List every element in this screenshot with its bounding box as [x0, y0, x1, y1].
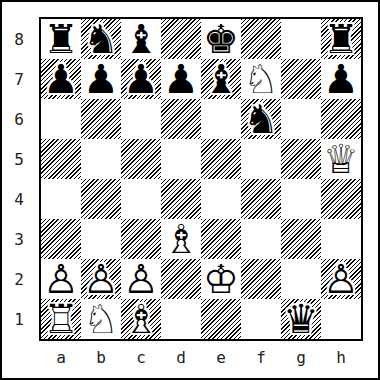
square-b8[interactable]: ♞	[81, 19, 121, 59]
square-f3[interactable]	[241, 219, 281, 259]
square-c5[interactable]	[121, 139, 161, 179]
square-e2[interactable]: ♚♔	[201, 259, 241, 299]
piece-white-rook: ♜♖	[41, 299, 81, 339]
rank-label-7: 7	[2, 59, 36, 99]
square-h5[interactable]: ♛♕	[321, 139, 361, 179]
black-piece-glyph: ♝	[121, 19, 161, 59]
square-e7[interactable]: ♝	[201, 59, 241, 99]
white-piece-fill: ♟	[121, 259, 161, 299]
square-c2[interactable]: ♟♙	[121, 259, 161, 299]
square-b4[interactable]	[81, 179, 121, 219]
white-piece-outline: ♕	[321, 139, 361, 179]
rank-label-1: 1	[2, 299, 36, 339]
square-a2[interactable]: ♟♙	[41, 259, 81, 299]
square-d2[interactable]	[161, 259, 201, 299]
piece-white-queen: ♛♕	[321, 139, 361, 179]
square-b2[interactable]: ♟♙	[81, 259, 121, 299]
white-piece-outline: ♗	[161, 219, 201, 259]
piece-white-knight: ♞♘	[241, 59, 281, 99]
square-e5[interactable]	[201, 139, 241, 179]
piece-white-pawn: ♟♙	[121, 259, 161, 299]
white-piece-outline: ♙	[121, 259, 161, 299]
square-b5[interactable]	[81, 139, 121, 179]
piece-white-bishop: ♝♗	[121, 299, 161, 339]
square-d4[interactable]	[161, 179, 201, 219]
square-d7[interactable]: ♟	[161, 59, 201, 99]
piece-black-bishop: ♝	[121, 19, 161, 59]
piece-black-pawn: ♟	[81, 59, 121, 99]
square-c8[interactable]: ♝	[121, 19, 161, 59]
file-label-g: g	[281, 343, 321, 371]
square-c1[interactable]: ♝♗	[121, 299, 161, 339]
square-b3[interactable]	[81, 219, 121, 259]
black-piece-glyph: ♜	[41, 19, 81, 59]
square-f6[interactable]: ♞	[241, 99, 281, 139]
file-label-c: c	[121, 343, 161, 371]
piece-black-knight: ♞	[241, 99, 281, 139]
square-g6[interactable]	[281, 99, 321, 139]
piece-black-pawn: ♟	[161, 59, 201, 99]
square-c3[interactable]	[121, 219, 161, 259]
black-piece-glyph: ♟	[121, 59, 161, 99]
square-f5[interactable]	[241, 139, 281, 179]
black-piece-glyph: ♟	[81, 59, 121, 99]
square-h8[interactable]: ♜	[321, 19, 361, 59]
black-piece-glyph: ♟	[41, 59, 81, 99]
white-piece-outline: ♘	[241, 59, 281, 99]
square-h4[interactable]	[321, 179, 361, 219]
square-h2[interactable]: ♟♙	[321, 259, 361, 299]
file-label-a: a	[41, 343, 81, 371]
black-piece-glyph: ♞	[241, 99, 281, 139]
square-f2[interactable]	[241, 259, 281, 299]
piece-white-knight: ♞♘	[81, 299, 121, 339]
black-piece-glyph: ♜	[321, 19, 361, 59]
rank-label-6: 6	[2, 99, 36, 139]
square-b7[interactable]: ♟	[81, 59, 121, 99]
rank-label-3: 3	[2, 219, 36, 259]
square-g4[interactable]	[281, 179, 321, 219]
piece-white-pawn: ♟♙	[41, 259, 81, 299]
black-piece-glyph: ♟	[161, 59, 201, 99]
square-a3[interactable]	[41, 219, 81, 259]
square-c6[interactable]	[121, 99, 161, 139]
piece-white-bishop: ♝♗	[161, 219, 201, 259]
piece-black-rook: ♜	[41, 19, 81, 59]
rank-label-5: 5	[2, 139, 36, 179]
square-e4[interactable]	[201, 179, 241, 219]
square-g7[interactable]	[281, 59, 321, 99]
rank-label-2: 2	[2, 259, 36, 299]
square-d3[interactable]: ♝♗	[161, 219, 201, 259]
square-g8[interactable]	[281, 19, 321, 59]
square-h1[interactable]	[321, 299, 361, 339]
rank-labels: 87654321	[2, 19, 36, 339]
square-g3[interactable]	[281, 219, 321, 259]
piece-white-king: ♚♔	[201, 259, 241, 299]
square-f7[interactable]: ♞♘	[241, 59, 281, 99]
square-f8[interactable]	[241, 19, 281, 59]
file-label-b: b	[81, 343, 121, 371]
white-piece-outline: ♙	[41, 259, 81, 299]
white-piece-outline: ♙	[81, 259, 121, 299]
square-d1[interactable]	[161, 299, 201, 339]
piece-black-pawn: ♟	[321, 59, 361, 99]
square-a4[interactable]	[41, 179, 81, 219]
square-c7[interactable]: ♟	[121, 59, 161, 99]
chess-board: ♜♞♝♚♜♟♟♟♟♝♞♘♟♞♛♕♝♗♟♙♟♙♟♙♚♔♟♙♜♖♞♘♝♗♛	[39, 17, 363, 341]
white-piece-fill: ♟	[81, 259, 121, 299]
square-d8[interactable]	[161, 19, 201, 59]
white-piece-fill: ♚	[201, 259, 241, 299]
black-piece-glyph: ♞	[81, 19, 121, 59]
white-piece-fill: ♝	[121, 299, 161, 339]
square-g2[interactable]	[281, 259, 321, 299]
rank-label-4: 4	[2, 179, 36, 219]
white-piece-fill: ♜	[41, 299, 81, 339]
black-piece-glyph: ♝	[201, 59, 241, 99]
file-label-h: h	[321, 343, 361, 371]
square-c4[interactable]	[121, 179, 161, 219]
black-piece-glyph: ♟	[321, 59, 361, 99]
white-piece-fill: ♞	[241, 59, 281, 99]
piece-black-king: ♚	[201, 19, 241, 59]
white-piece-fill: ♟	[41, 259, 81, 299]
square-a6[interactable]	[41, 99, 81, 139]
piece-black-rook: ♜	[321, 19, 361, 59]
square-f1[interactable]	[241, 299, 281, 339]
black-piece-glyph: ♚	[201, 19, 241, 59]
piece-white-pawn: ♟♙	[81, 259, 121, 299]
white-piece-outline: ♖	[41, 299, 81, 339]
square-g5[interactable]	[281, 139, 321, 179]
white-piece-fill: ♞	[81, 299, 121, 339]
square-d5[interactable]	[161, 139, 201, 179]
square-h6[interactable]	[321, 99, 361, 139]
square-e6[interactable]	[201, 99, 241, 139]
file-label-d: d	[161, 343, 201, 371]
square-a8[interactable]: ♜	[41, 19, 81, 59]
file-label-e: e	[201, 343, 241, 371]
piece-black-knight: ♞	[81, 19, 121, 59]
square-h7[interactable]: ♟	[321, 59, 361, 99]
piece-black-pawn: ♟	[121, 59, 161, 99]
white-piece-outline: ♔	[201, 259, 241, 299]
square-a5[interactable]	[41, 139, 81, 179]
square-a7[interactable]: ♟	[41, 59, 81, 99]
chess-diagram: 87654321 ♜♞♝♚♜♟♟♟♟♝♞♘♟♞♛♕♝♗♟♙♟♙♟♙♚♔♟♙♜♖♞…	[0, 0, 380, 380]
white-piece-fill: ♝	[161, 219, 201, 259]
white-piece-outline: ♘	[81, 299, 121, 339]
square-b6[interactable]	[81, 99, 121, 139]
file-label-f: f	[241, 343, 281, 371]
square-a1[interactable]: ♜♖	[41, 299, 81, 339]
white-piece-outline: ♗	[121, 299, 161, 339]
square-d6[interactable]	[161, 99, 201, 139]
square-g1[interactable]: ♛	[281, 299, 321, 339]
square-e8[interactable]: ♚	[201, 19, 241, 59]
piece-black-pawn: ♟	[41, 59, 81, 99]
piece-white-pawn: ♟♙	[321, 259, 361, 299]
white-piece-outline: ♙	[321, 259, 361, 299]
white-piece-fill: ♟	[321, 259, 361, 299]
file-labels: abcdefgh	[41, 343, 361, 371]
square-f4[interactable]	[241, 179, 281, 219]
square-b1[interactable]: ♞♘	[81, 299, 121, 339]
black-piece-glyph: ♛	[281, 299, 321, 339]
square-h3[interactable]	[321, 219, 361, 259]
rank-label-8: 8	[2, 19, 36, 59]
square-e1[interactable]	[201, 299, 241, 339]
piece-black-queen: ♛	[281, 299, 321, 339]
piece-black-bishop: ♝	[201, 59, 241, 99]
square-e3[interactable]	[201, 219, 241, 259]
white-piece-fill: ♛	[321, 139, 361, 179]
